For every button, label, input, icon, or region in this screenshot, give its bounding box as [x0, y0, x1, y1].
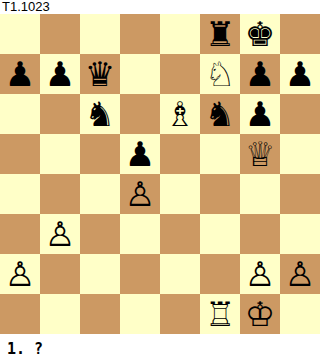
- square-e2[interactable]: [160, 254, 200, 294]
- square-f1[interactable]: ♖: [200, 294, 240, 334]
- square-c2[interactable]: [80, 254, 120, 294]
- white-pawn-d4: ♙: [125, 174, 155, 214]
- square-c1[interactable]: [80, 294, 120, 334]
- white-pawn-h2: ♙: [285, 254, 315, 294]
- square-h3[interactable]: [280, 214, 320, 254]
- square-g3[interactable]: [240, 214, 280, 254]
- square-b3[interactable]: ♙: [40, 214, 80, 254]
- black-pawn-g6: ♟: [245, 94, 275, 134]
- chess-board: ♜♚♟♟♛♘♟♟♞♗♞♟♟♕♙♙♙♙♙♖♔: [0, 14, 320, 334]
- square-g2[interactable]: ♙: [240, 254, 280, 294]
- square-a4[interactable]: [0, 174, 40, 214]
- square-a6[interactable]: [0, 94, 40, 134]
- square-d3[interactable]: [120, 214, 160, 254]
- white-king-g1: ♔: [245, 294, 275, 334]
- square-d8[interactable]: [120, 14, 160, 54]
- square-c8[interactable]: [80, 14, 120, 54]
- square-c4[interactable]: [80, 174, 120, 214]
- square-b7[interactable]: ♟: [40, 54, 80, 94]
- white-knight-f7: ♘: [205, 54, 235, 94]
- square-h4[interactable]: [280, 174, 320, 214]
- white-pawn-b3: ♙: [45, 214, 75, 254]
- square-f7[interactable]: ♘: [200, 54, 240, 94]
- square-h7[interactable]: ♟: [280, 54, 320, 94]
- square-h8[interactable]: [280, 14, 320, 54]
- black-pawn-h7: ♟: [285, 54, 315, 94]
- square-h6[interactable]: [280, 94, 320, 134]
- square-g4[interactable]: [240, 174, 280, 214]
- square-c7[interactable]: ♛: [80, 54, 120, 94]
- square-d6[interactable]: [120, 94, 160, 134]
- white-pawn-g2: ♙: [245, 254, 275, 294]
- diagram-title: T1.1023: [0, 0, 320, 14]
- black-knight-c6: ♞: [85, 94, 115, 134]
- square-e1[interactable]: [160, 294, 200, 334]
- black-pawn-g7: ♟: [245, 54, 275, 94]
- square-h1[interactable]: [280, 294, 320, 334]
- white-rook-f1: ♖: [205, 294, 235, 334]
- black-king-g8: ♚: [245, 14, 275, 54]
- square-g5[interactable]: ♕: [240, 134, 280, 174]
- square-g7[interactable]: ♟: [240, 54, 280, 94]
- white-pawn-a2: ♙: [5, 254, 35, 294]
- white-bishop-e6: ♗: [165, 94, 195, 134]
- square-a5[interactable]: [0, 134, 40, 174]
- square-b1[interactable]: [40, 294, 80, 334]
- square-f3[interactable]: [200, 214, 240, 254]
- black-pawn-b7: ♟: [45, 54, 75, 94]
- square-a3[interactable]: [0, 214, 40, 254]
- square-h2[interactable]: ♙: [280, 254, 320, 294]
- square-d1[interactable]: [120, 294, 160, 334]
- square-f4[interactable]: [200, 174, 240, 214]
- square-d2[interactable]: [120, 254, 160, 294]
- square-e7[interactable]: [160, 54, 200, 94]
- square-a2[interactable]: ♙: [0, 254, 40, 294]
- square-d4[interactable]: ♙: [120, 174, 160, 214]
- square-b4[interactable]: [40, 174, 80, 214]
- square-e6[interactable]: ♗: [160, 94, 200, 134]
- square-d5[interactable]: ♟: [120, 134, 160, 174]
- square-g6[interactable]: ♟: [240, 94, 280, 134]
- square-f5[interactable]: [200, 134, 240, 174]
- square-g1[interactable]: ♔: [240, 294, 280, 334]
- square-e3[interactable]: [160, 214, 200, 254]
- square-a1[interactable]: [0, 294, 40, 334]
- white-queen-g5: ♕: [245, 134, 275, 174]
- black-queen-c7: ♛: [85, 54, 115, 94]
- black-pawn-d5: ♟: [125, 134, 155, 174]
- square-a7[interactable]: ♟: [0, 54, 40, 94]
- square-b6[interactable]: [40, 94, 80, 134]
- black-pawn-a7: ♟: [5, 54, 35, 94]
- square-f6[interactable]: ♞: [200, 94, 240, 134]
- square-c6[interactable]: ♞: [80, 94, 120, 134]
- square-c3[interactable]: [80, 214, 120, 254]
- square-h5[interactable]: [280, 134, 320, 174]
- square-e4[interactable]: [160, 174, 200, 214]
- square-b8[interactable]: [40, 14, 80, 54]
- square-a8[interactable]: [0, 14, 40, 54]
- square-d7[interactable]: [120, 54, 160, 94]
- black-knight-f6: ♞: [205, 94, 235, 134]
- square-c5[interactable]: [80, 134, 120, 174]
- square-f2[interactable]: [200, 254, 240, 294]
- square-e5[interactable]: [160, 134, 200, 174]
- move-prompt: 1. ?: [0, 334, 320, 360]
- square-b2[interactable]: [40, 254, 80, 294]
- square-g8[interactable]: ♚: [240, 14, 280, 54]
- square-e8[interactable]: [160, 14, 200, 54]
- square-f8[interactable]: ♜: [200, 14, 240, 54]
- black-rook-f8: ♜: [205, 14, 235, 54]
- square-b5[interactable]: [40, 134, 80, 174]
